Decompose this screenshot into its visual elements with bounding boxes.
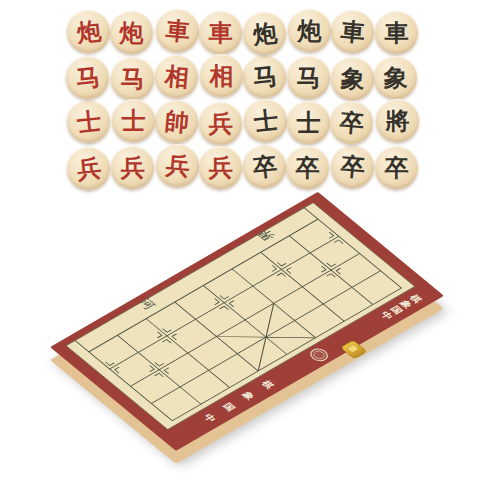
piece-black-chariot: 車: [375, 11, 418, 54]
piece-character: 炮: [120, 21, 144, 45]
piece-character: 兵: [75, 155, 101, 181]
piece-red-advisor: 士: [112, 99, 155, 142]
piece-red-soldier: 兵: [67, 147, 110, 190]
piece-black-soldier: 卒: [243, 145, 286, 188]
piece-red-soldier: 兵: [111, 146, 154, 189]
piece-character: 卒: [251, 153, 277, 179]
piece-character: 士: [122, 109, 146, 133]
piece-character: 兵: [164, 152, 190, 178]
piece-character: 車: [385, 21, 409, 45]
piece-red-advisor: 士: [67, 100, 110, 143]
piece-character: 卒: [338, 109, 364, 135]
piece-black-advisor: 士: [244, 99, 287, 142]
piece-red-cannon: 炮: [67, 10, 110, 53]
piece-character: 马: [251, 63, 277, 89]
piece-red-general: 帥: [155, 100, 198, 143]
piece-red-soldier: 兵: [156, 144, 199, 187]
piece-black-elephant: 象: [331, 57, 374, 100]
piece-black-cannon: 炮: [243, 12, 286, 55]
piece-character: 士: [297, 111, 321, 135]
piece-red-elephant: 相: [155, 55, 198, 98]
piece-character: 卒: [296, 156, 320, 180]
piece-red-soldier: 兵: [199, 102, 242, 145]
piece-character: 马: [297, 66, 321, 90]
piece-black-chariot: 車: [331, 10, 374, 53]
piece-character: 相: [163, 63, 189, 89]
piece-character: 兵: [209, 112, 233, 136]
piece-red-cannon: 炮: [110, 11, 153, 54]
piece-black-soldier: 卒: [375, 146, 418, 189]
piece-character: 马: [74, 64, 100, 90]
xiangqi-board: 河 界 中 国 象 棋 中 国 象 棋: [50, 192, 455, 460]
piece-tray: 炮 炮 車 車 炮 炮 車 車 马 马 相 相 马 马 象 象 士 士 帥 兵 …: [67, 10, 419, 190]
piece-character: 马: [121, 67, 145, 91]
piece-character: 車: [209, 21, 233, 45]
piece-character: 車: [339, 18, 365, 44]
piece-red-horse: 马: [111, 57, 154, 100]
piece-character: 兵: [121, 156, 145, 180]
piece-black-soldier: 卒: [331, 145, 374, 188]
piece-black-horse: 马: [287, 56, 330, 99]
piece-character: 士: [75, 108, 101, 134]
piece-character: 炮: [251, 20, 277, 46]
piece-character: 炮: [298, 19, 322, 43]
piece-character: 相: [210, 64, 234, 88]
piece-character: 將: [386, 109, 410, 133]
piece-black-soldier: 卒: [330, 101, 373, 144]
piece-character: 卒: [339, 153, 365, 179]
piece-character: 卒: [385, 156, 409, 180]
piece-black-soldier: 卒: [286, 146, 329, 189]
piece-black-general: 將: [376, 99, 419, 142]
piece-black-elephant: 象: [374, 56, 417, 99]
piece-black-cannon: 炮: [288, 9, 331, 52]
piece-black-advisor: 士: [287, 101, 330, 144]
piece-character: 象: [339, 65, 365, 91]
piece-character: 兵: [209, 156, 233, 180]
piece-red-chariot: 車: [199, 11, 242, 54]
piece-character: 帥: [163, 108, 189, 134]
piece-character: 士: [252, 107, 278, 133]
piece-red-elephant: 相: [200, 54, 243, 97]
piece-red-horse: 马: [66, 56, 109, 99]
piece-red-chariot: 車: [156, 9, 199, 52]
piece-black-horse: 马: [243, 55, 286, 98]
piece-red-soldier: 兵: [199, 146, 242, 189]
piece-character: 炮: [75, 18, 101, 44]
piece-character: 象: [384, 66, 408, 90]
board-svg: 河 界 中 国 象 棋 中 国 象 棋: [50, 192, 455, 460]
piece-character: 車: [164, 17, 190, 43]
